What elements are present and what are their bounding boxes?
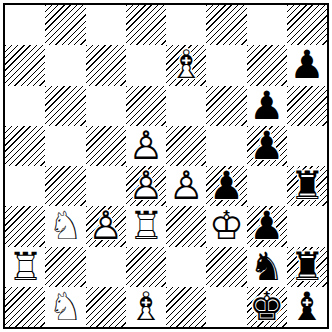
square-e8[interactable] <box>166 5 206 45</box>
piece-black-pawn-g3: ♟♟ <box>247 206 287 246</box>
square-g5[interactable]: ♟♟ <box>247 126 287 166</box>
square-f5[interactable] <box>206 126 246 166</box>
black-bishop-icon: ♝ <box>289 287 324 326</box>
square-a8[interactable] <box>5 5 45 45</box>
square-e3[interactable] <box>166 206 206 246</box>
square-h7[interactable]: ♟♟ <box>287 45 327 85</box>
piece-white-pawn-d4: ♟♙ <box>126 166 166 206</box>
piece-black-pawn-f4: ♟♟ <box>206 166 246 206</box>
white-rook-silhouette: ♜ <box>8 247 43 286</box>
white-rook-silhouette: ♜ <box>128 206 163 245</box>
square-c2[interactable] <box>86 247 126 287</box>
square-e6[interactable] <box>166 86 206 126</box>
square-c8[interactable] <box>86 5 126 45</box>
black-pawn-icon: ♟ <box>249 126 284 165</box>
square-d2[interactable] <box>126 247 166 287</box>
square-d8[interactable] <box>126 5 166 45</box>
white-knight-silhouette: ♞ <box>48 287 83 326</box>
black-rook-icon: ♜ <box>289 247 324 286</box>
white-bishop-icon: ♗ <box>128 287 163 326</box>
square-d7[interactable] <box>126 45 166 85</box>
piece-black-king-g1: ♚♚ <box>247 287 287 327</box>
white-knight-icon: ♘ <box>48 287 83 326</box>
square-e2[interactable] <box>166 247 206 287</box>
black-knight-silhouette: ♞ <box>249 247 284 286</box>
square-g6[interactable]: ♟♟ <box>247 86 287 126</box>
square-e4[interactable]: ♟♙ <box>166 166 206 206</box>
square-c1[interactable] <box>86 287 126 327</box>
square-g3[interactable]: ♟♟ <box>247 206 287 246</box>
white-pawn-icon: ♙ <box>169 166 204 205</box>
white-bishop-icon: ♗ <box>169 45 204 84</box>
square-g8[interactable] <box>247 5 287 45</box>
square-b4[interactable] <box>45 166 85 206</box>
piece-white-pawn-c3: ♟♙ <box>86 206 126 246</box>
black-king-silhouette: ♚ <box>249 287 284 326</box>
white-pawn-silhouette: ♟ <box>128 166 163 205</box>
piece-black-pawn-g5: ♟♟ <box>247 126 287 166</box>
white-knight-icon: ♘ <box>48 206 83 245</box>
square-a3[interactable] <box>5 206 45 246</box>
square-f4[interactable]: ♟♟ <box>206 166 246 206</box>
black-knight-icon: ♞ <box>249 247 284 286</box>
white-king-silhouette: ♚ <box>209 206 244 245</box>
square-h2[interactable]: ♜♜ <box>287 247 327 287</box>
black-rook-icon: ♜ <box>289 166 324 205</box>
white-bishop-silhouette: ♝ <box>169 45 204 84</box>
piece-white-knight-b1: ♞♘ <box>45 287 85 327</box>
piece-white-rook-a2: ♜♖ <box>5 247 45 287</box>
square-b3[interactable]: ♞♘ <box>45 206 85 246</box>
black-pawn-silhouette: ♟ <box>289 45 324 84</box>
square-b6[interactable] <box>45 86 85 126</box>
square-c6[interactable] <box>86 86 126 126</box>
square-e5[interactable] <box>166 126 206 166</box>
black-pawn-icon: ♟ <box>289 45 324 84</box>
black-king-icon: ♚ <box>249 287 284 326</box>
square-d3[interactable]: ♜♖ <box>126 206 166 246</box>
square-h5[interactable] <box>287 126 327 166</box>
white-bishop-silhouette: ♝ <box>128 287 163 326</box>
square-d6[interactable] <box>126 86 166 126</box>
square-g2[interactable]: ♞♞ <box>247 247 287 287</box>
square-f2[interactable] <box>206 247 246 287</box>
square-h1[interactable]: ♝♝ <box>287 287 327 327</box>
square-f7[interactable] <box>206 45 246 85</box>
square-a5[interactable] <box>5 126 45 166</box>
black-pawn-icon: ♟ <box>249 206 284 245</box>
piece-white-knight-b3: ♞♘ <box>45 206 85 246</box>
white-pawn-icon: ♙ <box>128 126 163 165</box>
square-d1[interactable]: ♝♗ <box>126 287 166 327</box>
square-f1[interactable] <box>206 287 246 327</box>
black-pawn-icon: ♟ <box>209 166 244 205</box>
square-c4[interactable] <box>86 166 126 206</box>
piece-black-pawn-g6: ♟♟ <box>247 86 287 126</box>
square-a6[interactable] <box>5 86 45 126</box>
black-pawn-silhouette: ♟ <box>249 86 284 125</box>
square-d5[interactable]: ♟♙ <box>126 126 166 166</box>
square-c3[interactable]: ♟♙ <box>86 206 126 246</box>
square-e1[interactable] <box>166 287 206 327</box>
black-bishop-silhouette: ♝ <box>289 287 324 326</box>
square-b1[interactable]: ♞♘ <box>45 287 85 327</box>
square-f3[interactable]: ♚♔ <box>206 206 246 246</box>
black-rook-silhouette: ♜ <box>289 247 324 286</box>
white-pawn-icon: ♙ <box>128 166 163 205</box>
square-g7[interactable] <box>247 45 287 85</box>
square-g1[interactable]: ♚♚ <box>247 287 287 327</box>
square-c5[interactable] <box>86 126 126 166</box>
white-pawn-icon: ♙ <box>88 206 123 245</box>
square-d4[interactable]: ♟♙ <box>126 166 166 206</box>
piece-white-bishop-e7: ♝♗ <box>166 45 206 85</box>
white-pawn-silhouette: ♟ <box>169 166 204 205</box>
chess-diagram: ♝♗♟♟♟♟♟♙♟♟♟♙♟♙♟♟♜♜♞♘♟♙♜♖♚♔♟♟♜♖♞♞♜♜♞♘♝♗♚♚… <box>0 0 332 332</box>
square-b8[interactable] <box>45 5 85 45</box>
square-a4[interactable] <box>5 166 45 206</box>
square-b2[interactable] <box>45 247 85 287</box>
piece-white-pawn-d5: ♟♙ <box>126 126 166 166</box>
white-pawn-silhouette: ♟ <box>88 206 123 245</box>
square-f8[interactable] <box>206 5 246 45</box>
white-pawn-silhouette: ♟ <box>128 126 163 165</box>
piece-black-pawn-h7: ♟♟ <box>287 45 327 85</box>
white-knight-silhouette: ♞ <box>48 206 83 245</box>
square-a2[interactable]: ♜♖ <box>5 247 45 287</box>
black-rook-silhouette: ♜ <box>289 166 324 205</box>
piece-black-rook-h4: ♜♜ <box>287 166 327 206</box>
piece-white-rook-d3: ♜♖ <box>126 206 166 246</box>
white-rook-icon: ♖ <box>128 206 163 245</box>
black-pawn-silhouette: ♟ <box>249 206 284 245</box>
black-pawn-silhouette: ♟ <box>209 166 244 205</box>
square-e7[interactable]: ♝♗ <box>166 45 206 85</box>
square-a1[interactable] <box>5 287 45 327</box>
piece-white-pawn-e4: ♟♙ <box>166 166 206 206</box>
black-pawn-icon: ♟ <box>249 86 284 125</box>
piece-black-knight-g2: ♞♞ <box>247 247 287 287</box>
square-h4[interactable]: ♜♜ <box>287 166 327 206</box>
piece-white-bishop-d1: ♝♗ <box>126 287 166 327</box>
piece-black-rook-h2: ♜♜ <box>287 247 327 287</box>
piece-black-bishop-h1: ♝♝ <box>287 287 327 327</box>
square-b5[interactable] <box>45 126 85 166</box>
square-h8[interactable] <box>287 5 327 45</box>
white-rook-icon: ♖ <box>8 247 43 286</box>
square-h6[interactable] <box>287 86 327 126</box>
black-pawn-silhouette: ♟ <box>249 126 284 165</box>
square-c7[interactable] <box>86 45 126 85</box>
square-f6[interactable] <box>206 86 246 126</box>
chess-board: ♝♗♟♟♟♟♟♙♟♟♟♙♟♙♟♟♜♜♞♘♟♙♜♖♚♔♟♟♜♖♞♞♜♜♞♘♝♗♚♚… <box>5 5 327 327</box>
square-g4[interactable] <box>247 166 287 206</box>
square-b7[interactable] <box>45 45 85 85</box>
board-frame: ♝♗♟♟♟♟♟♙♟♟♟♙♟♙♟♟♜♜♞♘♟♙♜♖♚♔♟♟♜♖♞♞♜♜♞♘♝♗♚♚… <box>3 3 329 329</box>
square-h3[interactable] <box>287 206 327 246</box>
square-a7[interactable] <box>5 45 45 85</box>
white-king-icon: ♔ <box>209 206 244 245</box>
piece-white-king-f3: ♚♔ <box>206 206 246 246</box>
